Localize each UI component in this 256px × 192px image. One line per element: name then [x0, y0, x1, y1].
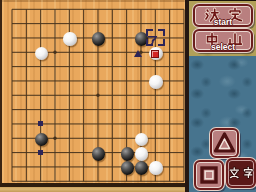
square-mark: [38, 121, 43, 126]
text-stamp-button[interactable]: [226, 158, 256, 188]
black-stone: [92, 147, 106, 161]
white-stone: [149, 161, 163, 175]
square-stamp-button[interactable]: [194, 160, 224, 190]
square-icon: [196, 162, 222, 188]
triangle-mark: [134, 50, 142, 57]
black-stone: [121, 161, 135, 175]
white-stone: [135, 147, 149, 161]
kanji-bun-icon: [228, 166, 241, 180]
square-mark: [38, 150, 43, 155]
control-panel: start: [189, 0, 256, 192]
go-board[interactable]: [0, 0, 186, 186]
confirm-button[interactable]: start: [193, 4, 253, 27]
cancel-latin-label: select: [195, 43, 251, 52]
white-stone: [149, 75, 163, 89]
triangle-stamp-button[interactable]: [210, 128, 239, 158]
ds-screen: start: [0, 0, 256, 192]
board-front-edge: [0, 187, 189, 192]
text-stamp-kanji: [228, 166, 254, 180]
red-square-mark: [151, 50, 159, 58]
triangle-icon: [212, 130, 237, 156]
white-stone: [63, 32, 77, 46]
kanji-ji-icon: [242, 166, 255, 180]
black-stone: [121, 147, 135, 161]
cancel-button[interactable]: select: [193, 29, 253, 52]
kana-a-mark: [147, 32, 158, 50]
confirm-latin-label: start: [195, 18, 251, 27]
